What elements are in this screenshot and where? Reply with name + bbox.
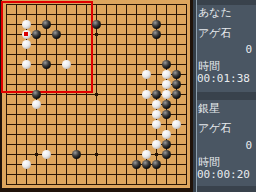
intersection-16-7[interactable] (161, 69, 171, 79)
intersection-1-16[interactable] (11, 159, 21, 169)
intersection-14-4[interactable] (141, 39, 151, 49)
intersection-14-7[interactable] (141, 69, 151, 79)
intersection-18-4[interactable] (181, 39, 191, 49)
intersection-15-16[interactable] (151, 159, 161, 169)
intersection-5-14[interactable] (51, 139, 61, 149)
black-stone (42, 20, 51, 29)
intersection-0-11[interactable] (1, 109, 11, 119)
intersection-6-17[interactable] (61, 169, 71, 179)
intersection-7-17[interactable] (71, 169, 81, 179)
intersection-16-13[interactable] (161, 129, 171, 139)
intersection-1-14[interactable] (11, 139, 21, 149)
intersection-2-4[interactable] (21, 39, 31, 49)
white-stone (172, 120, 181, 129)
intersection-7-15[interactable] (71, 149, 81, 159)
intersection-14-2[interactable] (141, 19, 151, 29)
intersection-6-10[interactable] (61, 99, 71, 109)
intersection-15-8[interactable] (151, 79, 161, 89)
intersection-10-17[interactable] (101, 169, 111, 179)
intersection-13-3[interactable] (131, 29, 141, 39)
last-move-marker (24, 32, 28, 36)
intersection-1-10[interactable] (11, 99, 21, 109)
top-player-name: あなた (198, 6, 232, 18)
intersection-13-9[interactable] (131, 89, 141, 99)
intersection-18-8[interactable] (181, 79, 191, 89)
intersection-17-10[interactable] (171, 99, 181, 109)
intersection-5-15[interactable] (51, 149, 61, 159)
intersection-8-15[interactable] (81, 149, 91, 159)
intersection-6-18[interactable] (61, 179, 71, 189)
intersection-12-9[interactable] (121, 89, 131, 99)
intersection-18-10[interactable] (181, 99, 191, 109)
intersection-16-16[interactable] (161, 159, 171, 169)
intersection-15-13[interactable] (151, 129, 161, 139)
intersection-17-15[interactable] (171, 149, 181, 159)
intersection-10-2[interactable] (101, 19, 111, 29)
intersection-18-1[interactable] (181, 9, 191, 19)
intersection-18-2[interactable] (181, 19, 191, 29)
intersection-3-3[interactable] (31, 29, 41, 39)
intersection-14-12[interactable] (141, 119, 151, 129)
black-stone (162, 110, 171, 119)
intersection-2-13[interactable] (21, 129, 31, 139)
intersection-13-15[interactable] (131, 149, 141, 159)
black-stone (32, 30, 41, 39)
intersection-16-1[interactable] (161, 9, 171, 19)
intersection-15-17[interactable] (151, 169, 161, 179)
intersection-18-11[interactable] (181, 109, 191, 119)
intersection-16-0[interactable] (161, 0, 171, 9)
intersection-9-10[interactable] (91, 99, 101, 109)
intersection-4-14[interactable] (41, 139, 51, 149)
intersection-3-16[interactable] (31, 159, 41, 169)
intersection-14-16[interactable] (141, 159, 151, 169)
intersection-12-10[interactable] (121, 99, 131, 109)
intersection-2-3[interactable] (21, 29, 31, 39)
intersection-12-18[interactable] (121, 179, 131, 189)
intersection-0-14[interactable] (1, 139, 11, 149)
intersection-17-4[interactable] (171, 39, 181, 49)
intersection-1-17[interactable] (11, 169, 21, 179)
intersection-9-2[interactable] (91, 19, 101, 29)
intersection-15-1[interactable] (151, 9, 161, 19)
intersection-13-14[interactable] (131, 139, 141, 149)
intersection-18-14[interactable] (181, 139, 191, 149)
intersection-12-0[interactable] (121, 0, 131, 9)
intersection-8-18[interactable] (81, 179, 91, 189)
intersection-17-9[interactable] (171, 89, 181, 99)
intersection-4-11[interactable] (41, 109, 51, 119)
intersection-8-12[interactable] (81, 119, 91, 129)
intersection-11-8[interactable] (111, 79, 121, 89)
top-captures-label: アゲ石 (198, 27, 232, 39)
intersection-10-12[interactable] (101, 119, 111, 129)
intersection-18-5[interactable] (181, 49, 191, 59)
intersection-10-10[interactable] (101, 99, 111, 109)
intersection-11-16[interactable] (111, 159, 121, 169)
intersection-5-3[interactable] (51, 29, 61, 39)
intersection-3-12[interactable] (31, 119, 41, 129)
white-stone (162, 130, 171, 139)
intersection-0-17[interactable] (1, 169, 11, 179)
intersection-8-16[interactable] (81, 159, 91, 169)
intersection-10-11[interactable] (101, 109, 111, 119)
intersection-10-7[interactable] (101, 69, 111, 79)
intersection-3-13[interactable] (31, 129, 41, 139)
intersection-15-0[interactable] (151, 0, 161, 9)
intersection-16-12[interactable] (161, 119, 171, 129)
intersection-1-13[interactable] (11, 129, 21, 139)
intersection-2-2[interactable] (21, 19, 31, 29)
intersection-12-17[interactable] (121, 169, 131, 179)
intersection-16-18[interactable] (161, 179, 171, 189)
intersection-13-16[interactable] (131, 159, 141, 169)
intersection-12-12[interactable] (121, 119, 131, 129)
white-stone (142, 90, 151, 99)
intersection-8-10[interactable] (81, 99, 91, 109)
intersection-2-18[interactable] (21, 179, 31, 189)
intersection-17-3[interactable] (171, 29, 181, 39)
intersection-4-2[interactable] (41, 19, 51, 29)
intersection-17-14[interactable] (171, 139, 181, 149)
intersection-4-18[interactable] (41, 179, 51, 189)
intersection-12-4[interactable] (121, 39, 131, 49)
intersection-7-16[interactable] (71, 159, 81, 169)
intersection-18-3[interactable] (181, 29, 191, 39)
intersection-16-8[interactable] (161, 79, 171, 89)
intersection-12-13[interactable] (121, 129, 131, 139)
intersection-14-13[interactable] (141, 129, 151, 139)
intersection-13-0[interactable] (131, 0, 141, 9)
intersection-15-11[interactable] (151, 109, 161, 119)
intersection-16-6[interactable] (161, 59, 171, 69)
intersection-15-7[interactable] (151, 69, 161, 79)
intersection-0-15[interactable] (1, 149, 11, 159)
intersection-2-10[interactable] (21, 99, 31, 109)
intersection-14-10[interactable] (141, 99, 151, 109)
intersection-9-16[interactable] (91, 159, 101, 169)
intersection-10-9[interactable] (101, 89, 111, 99)
intersection-5-16[interactable] (51, 159, 61, 169)
intersection-17-12[interactable] (171, 119, 181, 129)
intersection-11-14[interactable] (111, 139, 121, 149)
white-stone (62, 60, 71, 69)
intersection-15-10[interactable] (151, 99, 161, 109)
intersection-13-8[interactable] (131, 79, 141, 89)
intersection-11-2[interactable] (111, 19, 121, 29)
intersection-10-16[interactable] (101, 159, 111, 169)
intersection-10-0[interactable] (101, 0, 111, 9)
intersection-4-6[interactable] (41, 59, 51, 69)
intersection-12-6[interactable] (121, 59, 131, 69)
intersection-16-15[interactable] (161, 149, 171, 159)
intersection-18-7[interactable] (181, 69, 191, 79)
intersection-13-1[interactable] (131, 9, 141, 19)
intersection-4-15[interactable] (41, 149, 51, 159)
intersection-11-11[interactable] (111, 109, 121, 119)
intersection-12-2[interactable] (121, 19, 131, 29)
intersection-9-17[interactable] (91, 169, 101, 179)
black-stone (132, 160, 141, 169)
intersection-12-3[interactable] (121, 29, 131, 39)
intersection-6-14[interactable] (61, 139, 71, 149)
intersection-17-11[interactable] (171, 109, 181, 119)
intersection-13-11[interactable] (131, 109, 141, 119)
intersection-4-12[interactable] (41, 119, 51, 129)
intersection-16-5[interactable] (161, 49, 171, 59)
intersection-13-2[interactable] (131, 19, 141, 29)
white-stone (22, 20, 31, 29)
intersection-17-1[interactable] (171, 9, 181, 19)
intersection-0-18[interactable] (1, 179, 11, 189)
intersection-14-3[interactable] (141, 29, 151, 39)
intersection-3-18[interactable] (31, 179, 41, 189)
intersection-14-6[interactable] (141, 59, 151, 69)
intersection-10-13[interactable] (101, 129, 111, 139)
intersection-2-17[interactable] (21, 169, 31, 179)
white-stone (152, 140, 161, 149)
intersection-18-17[interactable] (181, 169, 191, 179)
ds-go-screen: あなた アゲ石 0 時間 00:01:38 銀星 アゲ石 0 時間 00:00:… (0, 0, 256, 192)
intersection-7-14[interactable] (71, 139, 81, 149)
intersection-6-12[interactable] (61, 119, 71, 129)
intersection-4-17[interactable] (41, 169, 51, 179)
top-time-label: 時間 (198, 60, 220, 72)
intersection-11-18[interactable] (111, 179, 121, 189)
intersection-8-13[interactable] (81, 129, 91, 139)
intersection-18-0[interactable] (181, 0, 191, 9)
intersection-0-12[interactable] (1, 119, 11, 129)
intersection-2-11[interactable] (21, 109, 31, 119)
intersection-11-9[interactable] (111, 89, 121, 99)
intersection-15-6[interactable] (151, 59, 161, 69)
intersection-10-14[interactable] (101, 139, 111, 149)
intersection-0-10[interactable] (1, 99, 11, 109)
intersection-11-0[interactable] (111, 0, 121, 9)
intersection-9-13[interactable] (91, 129, 101, 139)
sidebar-strip-middle (197, 92, 256, 100)
intersection-18-18[interactable] (181, 179, 191, 189)
intersection-14-8[interactable] (141, 79, 151, 89)
intersection-3-11[interactable] (31, 109, 41, 119)
intersection-11-6[interactable] (111, 59, 121, 69)
intersection-11-10[interactable] (111, 99, 121, 109)
intersection-15-12[interactable] (151, 119, 161, 129)
intersection-14-5[interactable] (141, 49, 151, 59)
intersection-14-15[interactable] (141, 149, 151, 159)
intersection-3-14[interactable] (31, 139, 41, 149)
intersection-9-14[interactable] (91, 139, 101, 149)
intersection-12-14[interactable] (121, 139, 131, 149)
white-stone (32, 100, 41, 109)
intersection-12-15[interactable] (121, 149, 131, 159)
intersection-13-12[interactable] (131, 119, 141, 129)
intersection-7-12[interactable] (71, 119, 81, 129)
selection-rectangle (1, 1, 93, 93)
intersection-17-0[interactable] (171, 0, 181, 9)
intersection-17-18[interactable] (171, 179, 181, 189)
intersection-1-18[interactable] (11, 179, 21, 189)
black-stone (152, 160, 161, 169)
intersection-18-13[interactable] (181, 129, 191, 139)
intersection-17-13[interactable] (171, 129, 181, 139)
intersection-11-15[interactable] (111, 149, 121, 159)
black-stone (162, 140, 171, 149)
intersection-7-13[interactable] (71, 129, 81, 139)
intersection-1-12[interactable] (11, 119, 21, 129)
intersection-14-18[interactable] (141, 179, 151, 189)
intersection-2-6[interactable] (21, 59, 31, 69)
intersection-11-3[interactable] (111, 29, 121, 39)
intersection-17-7[interactable] (171, 69, 181, 79)
intersection-2-12[interactable] (21, 119, 31, 129)
intersection-7-10[interactable] (71, 99, 81, 109)
intersection-14-11[interactable] (141, 109, 151, 119)
intersection-10-15[interactable] (101, 149, 111, 159)
intersection-9-15[interactable] (91, 149, 101, 159)
intersection-17-6[interactable] (171, 59, 181, 69)
intersection-1-11[interactable] (11, 109, 21, 119)
intersection-10-6[interactable] (101, 59, 111, 69)
intersection-16-11[interactable] (161, 109, 171, 119)
intersection-17-17[interactable] (171, 169, 181, 179)
intersection-11-1[interactable] (111, 9, 121, 19)
intersection-16-2[interactable] (161, 19, 171, 29)
intersection-4-16[interactable] (41, 159, 51, 169)
intersection-15-9[interactable] (151, 89, 161, 99)
intersection-13-17[interactable] (131, 169, 141, 179)
intersection-12-11[interactable] (121, 109, 131, 119)
intersection-7-18[interactable] (71, 179, 81, 189)
black-stone (152, 20, 161, 29)
intersection-12-1[interactable] (121, 9, 131, 19)
intersection-3-15[interactable] (31, 149, 41, 159)
intersection-15-5[interactable] (151, 49, 161, 59)
intersection-13-6[interactable] (131, 59, 141, 69)
intersection-15-4[interactable] (151, 39, 161, 49)
intersection-8-17[interactable] (81, 169, 91, 179)
intersection-10-1[interactable] (101, 9, 111, 19)
intersection-2-15[interactable] (21, 149, 31, 159)
intersection-16-4[interactable] (161, 39, 171, 49)
intersection-11-12[interactable] (111, 119, 121, 129)
intersection-4-13[interactable] (41, 129, 51, 139)
intersection-6-11[interactable] (61, 109, 71, 119)
intersection-18-6[interactable] (181, 59, 191, 69)
intersection-15-3[interactable] (151, 29, 161, 39)
intersection-5-11[interactable] (51, 109, 61, 119)
intersection-13-4[interactable] (131, 39, 141, 49)
intersection-16-10[interactable] (161, 99, 171, 109)
intersection-10-8[interactable] (101, 79, 111, 89)
intersection-13-18[interactable] (131, 179, 141, 189)
intersection-18-16[interactable] (181, 159, 191, 169)
intersection-5-10[interactable] (51, 99, 61, 109)
intersection-14-17[interactable] (141, 169, 151, 179)
intersection-16-14[interactable] (161, 139, 171, 149)
black-stone (52, 30, 61, 39)
intersection-6-15[interactable] (61, 149, 71, 159)
intersection-5-18[interactable] (51, 179, 61, 189)
bottom-time-value: 00:00:20 (197, 169, 250, 181)
intersection-9-18[interactable] (91, 179, 101, 189)
intersection-6-6[interactable] (61, 59, 71, 69)
intersection-18-9[interactable] (181, 89, 191, 99)
intersection-11-17[interactable] (111, 169, 121, 179)
intersection-15-2[interactable] (151, 19, 161, 29)
intersection-14-0[interactable] (141, 0, 151, 9)
intersection-11-4[interactable] (111, 39, 121, 49)
intersection-5-17[interactable] (51, 169, 61, 179)
intersection-2-14[interactable] (21, 139, 31, 149)
white-stone (162, 90, 171, 99)
bottom-captures-count: 0 (245, 140, 252, 152)
top-captures-count: 0 (245, 44, 252, 56)
intersection-15-14[interactable] (151, 139, 161, 149)
intersection-14-14[interactable] (141, 139, 151, 149)
intersection-14-9[interactable] (141, 89, 151, 99)
intersection-6-13[interactable] (61, 129, 71, 139)
intersection-17-16[interactable] (171, 159, 181, 169)
intersection-9-11[interactable] (91, 109, 101, 119)
intersection-10-4[interactable] (101, 39, 111, 49)
intersection-10-5[interactable] (101, 49, 111, 59)
intersection-9-12[interactable] (91, 119, 101, 129)
intersection-0-16[interactable] (1, 159, 11, 169)
intersection-16-9[interactable] (161, 89, 171, 99)
intersection-6-16[interactable] (61, 159, 71, 169)
intersection-15-18[interactable] (151, 179, 161, 189)
intersection-11-7[interactable] (111, 69, 121, 79)
intersection-17-8[interactable] (171, 79, 181, 89)
intersection-11-5[interactable] (111, 49, 121, 59)
intersection-5-12[interactable] (51, 119, 61, 129)
intersection-12-16[interactable] (121, 159, 131, 169)
intersection-12-5[interactable] (121, 49, 131, 59)
black-stone (152, 90, 161, 99)
intersection-18-15[interactable] (181, 149, 191, 159)
intersection-10-3[interactable] (101, 29, 111, 39)
intersection-14-1[interactable] (141, 9, 151, 19)
intersection-11-13[interactable] (111, 129, 121, 139)
intersection-16-17[interactable] (161, 169, 171, 179)
intersection-8-14[interactable] (81, 139, 91, 149)
intersection-1-15[interactable] (11, 149, 21, 159)
intersection-3-17[interactable] (31, 169, 41, 179)
intersection-5-13[interactable] (51, 129, 61, 139)
intersection-10-18[interactable] (101, 179, 111, 189)
intersection-7-11[interactable] (71, 109, 81, 119)
intersection-4-10[interactable] (41, 99, 51, 109)
intersection-3-9[interactable] (31, 89, 41, 99)
intersection-12-8[interactable] (121, 79, 131, 89)
intersection-13-10[interactable] (131, 99, 141, 109)
intersection-3-10[interactable] (31, 99, 41, 109)
intersection-17-2[interactable] (171, 19, 181, 29)
intersection-13-7[interactable] (131, 69, 141, 79)
intersection-2-16[interactable] (21, 159, 31, 169)
intersection-13-5[interactable] (131, 49, 141, 59)
intersection-8-11[interactable] (81, 109, 91, 119)
intersection-18-12[interactable] (181, 119, 191, 129)
intersection-13-13[interactable] (131, 129, 141, 139)
intersection-15-15[interactable] (151, 149, 161, 159)
intersection-16-3[interactable] (161, 29, 171, 39)
intersection-0-13[interactable] (1, 129, 11, 139)
info-sidebar: あなた アゲ石 0 時間 00:01:38 銀星 アゲ石 0 時間 00:00:… (196, 0, 256, 192)
intersection-12-7[interactable] (121, 69, 131, 79)
intersection-17-5[interactable] (171, 49, 181, 59)
